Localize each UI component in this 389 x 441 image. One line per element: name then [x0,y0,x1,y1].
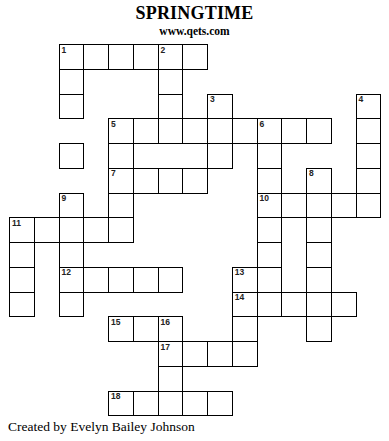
grid-cell-r6c11[interactable] [257,168,283,194]
clue-number: 2 [161,46,166,55]
grid-cell-r12c13[interactable] [306,316,332,342]
page-header: SPRINGTIME www.qets.com [0,0,389,37]
grid-cell-r10c7[interactable] [158,267,184,293]
grid-cell-r5c9[interactable] [207,143,233,169]
grid-cell-r7c5[interactable] [108,193,134,219]
clue-number: 8 [309,169,314,178]
clue-number: 16 [161,318,170,327]
grid-cell-r7c14[interactable] [331,193,357,219]
grid-cell-r11c13[interactable] [306,292,332,318]
grid-cell-r10c11[interactable] [257,267,283,293]
grid-cell-r12c10[interactable] [232,316,258,342]
grid-cell-r4c7[interactable] [158,118,184,144]
grid-cell-r8c3[interactable] [59,217,85,243]
grid-cell-r1c6[interactable] [133,44,159,70]
grid-cell-r13c10[interactable] [232,341,258,367]
grid-cell-r11c1[interactable] [9,292,35,318]
grid-cell-r1c7[interactable]: 2 [158,44,184,70]
grid-cell-r8c13[interactable] [306,217,332,243]
grid-cell-r10c5[interactable] [108,267,134,293]
grid-cell-r4c12[interactable] [281,118,307,144]
grid-cell-r4c6[interactable] [133,118,159,144]
clue-number: 9 [62,194,67,203]
grid-cell-r5c5[interactable] [108,143,134,169]
grid-cell-r4c11[interactable]: 6 [257,118,283,144]
clue-number: 6 [260,120,265,129]
grid-cell-r11c12[interactable] [281,292,307,318]
grid-cell-r13c8[interactable] [182,341,208,367]
grid-cell-r5c3[interactable] [59,143,85,169]
clue-number: 17 [161,343,170,352]
grid-cell-r7c12[interactable] [281,193,307,219]
grid-cell-r12c7[interactable]: 16 [158,316,184,342]
grid-cell-r12c5[interactable]: 15 [108,316,134,342]
grid-cell-r7c3[interactable]: 9 [59,193,85,219]
clue-number: 3 [210,95,215,104]
grid-cell-r7c13[interactable] [306,193,332,219]
grid-cell-r4c8[interactable] [182,118,208,144]
clue-number: 18 [111,392,120,401]
grid-cell-r15c9[interactable] [207,391,233,417]
grid-cell-r15c8[interactable] [182,391,208,417]
clue-number: 7 [111,169,116,178]
grid-cell-r8c5[interactable] [108,217,134,243]
grid-cell-r12c6[interactable] [133,316,159,342]
grid-cell-r14c7[interactable] [158,366,184,392]
grid-cell-r4c10[interactable] [232,118,258,144]
grid-cell-r6c15[interactable] [356,168,382,194]
clue-number: 1 [62,46,67,55]
grid-cell-r6c13[interactable]: 8 [306,168,332,194]
clue-number: 11 [12,219,21,228]
grid-cell-r8c11[interactable] [257,217,283,243]
grid-cell-r11c10[interactable]: 14 [232,292,258,318]
clue-number: 15 [111,318,120,327]
grid-cell-r3c3[interactable] [59,94,85,120]
grid-cell-r4c15[interactable] [356,118,382,144]
grid-cell-r9c11[interactable] [257,242,283,268]
grid-cell-r10c10[interactable]: 13 [232,267,258,293]
grid-cell-r3c15[interactable]: 4 [356,94,382,120]
grid-cell-r10c13[interactable] [306,267,332,293]
clue-number: 4 [359,95,364,104]
grid-cell-r9c3[interactable] [59,242,85,268]
clue-number: 14 [235,293,244,302]
grid-cell-r8c4[interactable] [83,217,109,243]
grid-cell-r8c1[interactable]: 11 [9,217,35,243]
grid-cell-r7c15[interactable] [356,193,382,219]
grid-cell-r15c6[interactable] [133,391,159,417]
site-url: www.qets.com [0,25,389,37]
grid-cell-r15c5[interactable]: 18 [108,391,134,417]
grid-cell-r1c8[interactable] [182,44,208,70]
grid-cell-r6c8[interactable] [182,168,208,194]
grid-cell-r8c2[interactable] [34,217,60,243]
puzzle-title: SPRINGTIME [0,3,389,24]
grid-cell-r1c5[interactable] [108,44,134,70]
grid-cell-r9c13[interactable] [306,242,332,268]
grid-cell-r1c4[interactable] [83,44,109,70]
grid-cell-r6c7[interactable] [158,168,184,194]
grid-cell-r13c7[interactable]: 17 [158,341,184,367]
grid-cell-r11c11[interactable] [257,292,283,318]
grid-cell-r4c9[interactable] [207,118,233,144]
grid-cell-r4c13[interactable] [306,118,332,144]
grid-cell-r5c11[interactable] [257,143,283,169]
grid-cell-r10c4[interactable] [83,267,109,293]
grid-cell-r13c9[interactable] [207,341,233,367]
grid-cell-r2c7[interactable] [158,69,184,95]
grid-cell-r5c15[interactable] [356,143,382,169]
grid-cell-r10c1[interactable] [9,267,35,293]
grid-cell-r7c11[interactable]: 10 [257,193,283,219]
grid-cell-r6c6[interactable] [133,168,159,194]
clue-number: 5 [111,120,116,129]
credit-line: Created by Evelyn Bailey Johnson [8,419,195,435]
grid-cell-r15c7[interactable] [158,391,184,417]
clue-number: 10 [260,194,269,203]
grid-cell-r2c3[interactable] [59,69,85,95]
grid-cell-r1c3[interactable]: 1 [59,44,85,70]
grid-cell-r11c3[interactable] [59,292,85,318]
grid-cell-r3c7[interactable] [158,94,184,120]
clue-number: 13 [235,268,244,277]
crossword-board: 123456789101112131415161718 [9,44,381,416]
grid-cell-r6c5[interactable]: 7 [108,168,134,194]
grid-cell-r10c3[interactable]: 12 [59,267,85,293]
clue-number: 12 [62,268,71,277]
grid-cell-r9c1[interactable] [9,242,35,268]
grid-cell-r10c6[interactable] [133,267,159,293]
grid-cell-r4c5[interactable]: 5 [108,118,134,144]
grid-cell-r11c14[interactable] [331,292,357,318]
grid-cell-r3c9[interactable]: 3 [207,94,233,120]
